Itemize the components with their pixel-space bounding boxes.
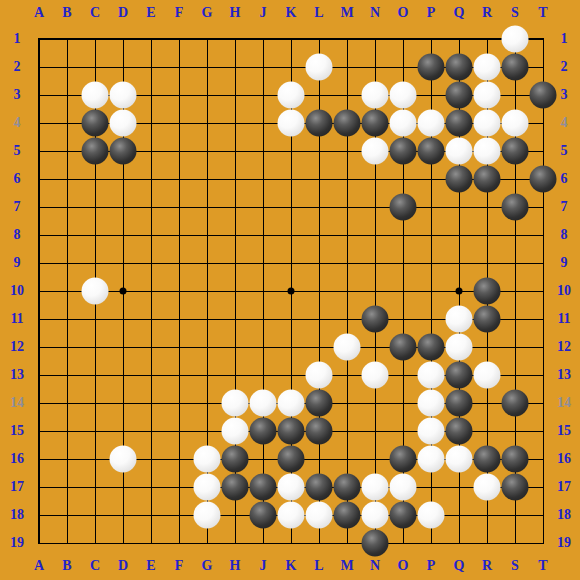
row-label-left: 12 <box>10 339 24 355</box>
row-label-right: 7 <box>561 199 568 215</box>
row-label-right: 9 <box>561 255 568 271</box>
column-label-top: O <box>398 5 409 21</box>
column-label-top: G <box>202 5 213 21</box>
column-label-top: E <box>146 5 155 21</box>
row-label-right: 5 <box>561 143 568 159</box>
row-label-right: 3 <box>561 87 568 103</box>
column-label-top: R <box>482 5 492 21</box>
stone-black[interactable] <box>278 446 305 473</box>
stone-white[interactable] <box>306 502 333 529</box>
stone-black[interactable] <box>502 390 529 417</box>
stone-white[interactable] <box>474 138 501 165</box>
stone-white[interactable] <box>362 474 389 501</box>
row-label-left: 6 <box>14 171 21 187</box>
stone-black[interactable] <box>474 306 501 333</box>
stone-white[interactable] <box>278 502 305 529</box>
row-label-right: 11 <box>557 311 570 327</box>
row-label-right: 4 <box>561 115 568 131</box>
column-label-bottom: H <box>230 558 241 574</box>
stone-black[interactable] <box>446 54 473 81</box>
stone-white[interactable] <box>474 362 501 389</box>
stone-black[interactable] <box>474 278 501 305</box>
row-label-right: 2 <box>561 59 568 75</box>
stone-white[interactable] <box>110 110 137 137</box>
stone-white[interactable] <box>222 418 249 445</box>
stone-black[interactable] <box>502 54 529 81</box>
stone-black[interactable] <box>446 110 473 137</box>
column-label-bottom: F <box>175 558 184 574</box>
row-label-left: 7 <box>14 199 21 215</box>
stone-black[interactable] <box>418 334 445 361</box>
row-label-left: 2 <box>14 59 21 75</box>
column-label-bottom: J <box>260 558 267 574</box>
column-label-bottom: N <box>370 558 380 574</box>
stone-white[interactable] <box>418 110 445 137</box>
column-label-top: H <box>230 5 241 21</box>
stone-black[interactable] <box>530 82 557 109</box>
column-label-bottom: B <box>62 558 71 574</box>
column-label-bottom: L <box>314 558 323 574</box>
row-label-left: 13 <box>10 367 24 383</box>
row-label-left: 4 <box>14 115 21 131</box>
star-point <box>120 288 127 295</box>
row-label-right: 10 <box>557 283 571 299</box>
column-label-top: D <box>118 5 128 21</box>
stone-black[interactable] <box>474 166 501 193</box>
stone-black[interactable] <box>278 418 305 445</box>
column-label-top: M <box>340 5 353 21</box>
row-label-left: 9 <box>14 255 21 271</box>
row-label-right: 6 <box>561 171 568 187</box>
column-label-top: S <box>511 5 519 21</box>
go-board: AABBCCDDEEFFGGHHJJKKLLMMNNOOPPQQRRSSTT11… <box>0 0 580 580</box>
stone-white[interactable] <box>110 446 137 473</box>
stone-black[interactable] <box>474 446 501 473</box>
stone-black[interactable] <box>250 418 277 445</box>
stone-black[interactable] <box>530 166 557 193</box>
stone-white[interactable] <box>474 54 501 81</box>
stone-white[interactable] <box>502 110 529 137</box>
stone-white[interactable] <box>194 502 221 529</box>
stone-white[interactable] <box>306 54 333 81</box>
stone-white[interactable] <box>306 362 333 389</box>
stone-white[interactable] <box>362 502 389 529</box>
stone-white[interactable] <box>194 446 221 473</box>
row-label-right: 14 <box>557 395 571 411</box>
stone-white[interactable] <box>110 82 137 109</box>
stone-black[interactable] <box>418 138 445 165</box>
stone-white[interactable] <box>278 390 305 417</box>
column-label-top: A <box>34 5 44 21</box>
stone-white[interactable] <box>278 82 305 109</box>
stone-white[interactable] <box>362 138 389 165</box>
stone-black[interactable] <box>222 446 249 473</box>
row-label-left: 16 <box>10 451 24 467</box>
row-label-left: 17 <box>10 479 24 495</box>
stone-white[interactable] <box>474 474 501 501</box>
column-label-bottom: S <box>511 558 519 574</box>
stone-white[interactable] <box>82 82 109 109</box>
stone-black[interactable] <box>334 502 361 529</box>
stone-black[interactable] <box>390 446 417 473</box>
column-label-top: B <box>62 5 71 21</box>
stone-white[interactable] <box>194 474 221 501</box>
stone-black[interactable] <box>390 138 417 165</box>
stone-black[interactable] <box>502 194 529 221</box>
stone-black[interactable] <box>390 194 417 221</box>
stone-white[interactable] <box>82 278 109 305</box>
stone-white[interactable] <box>474 110 501 137</box>
stone-white[interactable] <box>222 390 249 417</box>
row-label-right: 1 <box>561 31 568 47</box>
stone-black[interactable] <box>306 390 333 417</box>
column-label-bottom: K <box>286 558 297 574</box>
column-label-bottom: A <box>34 558 44 574</box>
row-label-right: 15 <box>557 423 571 439</box>
stone-white[interactable] <box>474 82 501 109</box>
stone-black[interactable] <box>250 474 277 501</box>
column-label-top: K <box>286 5 297 21</box>
stone-black[interactable] <box>362 530 389 557</box>
column-label-bottom: E <box>146 558 155 574</box>
row-label-left: 3 <box>14 87 21 103</box>
stone-white[interactable] <box>446 446 473 473</box>
row-label-right: 8 <box>561 227 568 243</box>
row-label-right: 12 <box>557 339 571 355</box>
stone-black[interactable] <box>362 110 389 137</box>
stone-black[interactable] <box>334 110 361 137</box>
column-label-bottom: C <box>90 558 100 574</box>
row-label-right: 19 <box>557 535 571 551</box>
stone-white[interactable] <box>418 418 445 445</box>
star-point <box>456 288 463 295</box>
column-label-bottom: O <box>398 558 409 574</box>
stone-black[interactable] <box>502 138 529 165</box>
stone-black[interactable] <box>446 362 473 389</box>
column-label-top: F <box>175 5 184 21</box>
stone-white[interactable] <box>418 362 445 389</box>
column-label-top: T <box>538 5 547 21</box>
stone-black[interactable] <box>334 474 361 501</box>
stone-black[interactable] <box>250 502 277 529</box>
stone-white[interactable] <box>390 110 417 137</box>
stone-black[interactable] <box>82 110 109 137</box>
column-label-bottom: M <box>340 558 353 574</box>
stone-black[interactable] <box>306 110 333 137</box>
stone-black[interactable] <box>362 306 389 333</box>
stone-white[interactable] <box>418 390 445 417</box>
stone-white[interactable] <box>418 446 445 473</box>
column-label-bottom: G <box>202 558 213 574</box>
row-label-left: 14 <box>10 395 24 411</box>
stone-black[interactable] <box>82 138 109 165</box>
column-label-top: C <box>90 5 100 21</box>
stone-black[interactable] <box>446 418 473 445</box>
row-label-right: 17 <box>557 479 571 495</box>
stone-white[interactable] <box>362 362 389 389</box>
stone-black[interactable] <box>502 474 529 501</box>
column-label-top: L <box>314 5 323 21</box>
row-label-left: 10 <box>10 283 24 299</box>
stone-white[interactable] <box>502 26 529 53</box>
stone-white[interactable] <box>334 334 361 361</box>
stone-black[interactable] <box>446 82 473 109</box>
stone-black[interactable] <box>446 390 473 417</box>
stone-white[interactable] <box>418 502 445 529</box>
stone-white[interactable] <box>250 390 277 417</box>
stone-black[interactable] <box>306 474 333 501</box>
row-label-left: 19 <box>10 535 24 551</box>
column-label-top: N <box>370 5 380 21</box>
column-label-bottom: T <box>538 558 547 574</box>
star-point <box>288 288 295 295</box>
stone-white[interactable] <box>278 110 305 137</box>
row-label-right: 13 <box>557 367 571 383</box>
column-label-top: J <box>260 5 267 21</box>
row-label-right: 18 <box>557 507 571 523</box>
row-label-left: 18 <box>10 507 24 523</box>
stone-white[interactable] <box>390 474 417 501</box>
row-label-left: 11 <box>10 311 23 327</box>
row-label-left: 8 <box>14 227 21 243</box>
stone-black[interactable] <box>446 166 473 193</box>
stone-black[interactable] <box>110 138 137 165</box>
stone-white[interactable] <box>446 306 473 333</box>
column-label-bottom: R <box>482 558 492 574</box>
column-label-bottom: D <box>118 558 128 574</box>
stone-black[interactable] <box>222 474 249 501</box>
stone-black[interactable] <box>418 54 445 81</box>
column-label-bottom: P <box>427 558 436 574</box>
column-label-bottom: Q <box>454 558 465 574</box>
row-label-left: 5 <box>14 143 21 159</box>
stone-white[interactable] <box>390 82 417 109</box>
row-label-left: 1 <box>14 31 21 47</box>
stone-black[interactable] <box>306 418 333 445</box>
stone-white[interactable] <box>446 334 473 361</box>
column-label-top: P <box>427 5 436 21</box>
stone-white[interactable] <box>446 138 473 165</box>
stone-white[interactable] <box>362 82 389 109</box>
stone-white[interactable] <box>278 474 305 501</box>
stone-black[interactable] <box>502 446 529 473</box>
stone-black[interactable] <box>390 334 417 361</box>
stone-black[interactable] <box>390 502 417 529</box>
row-label-right: 16 <box>557 451 571 467</box>
column-label-top: Q <box>454 5 465 21</box>
row-label-left: 15 <box>10 423 24 439</box>
